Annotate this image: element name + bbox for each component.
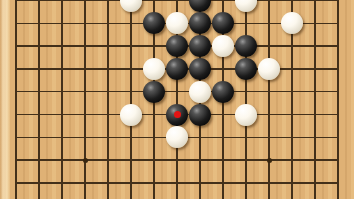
white-stone	[212, 35, 234, 57]
grid-line-vertical	[314, 0, 316, 199]
black-stone	[143, 81, 165, 103]
black-stone	[212, 12, 234, 34]
white-stone	[120, 104, 142, 126]
grid-line-horizontal	[15, 159, 339, 161]
grid-line-vertical	[61, 0, 63, 199]
black-stone	[189, 12, 211, 34]
white-stone	[281, 12, 303, 34]
white-stone	[120, 0, 142, 12]
white-stone	[235, 0, 257, 12]
white-stone	[258, 58, 280, 80]
black-stone	[166, 35, 188, 57]
black-stone	[235, 58, 257, 80]
grid-line-horizontal	[15, 91, 339, 93]
black-stone	[166, 58, 188, 80]
black-stone	[235, 35, 257, 57]
black-stone	[189, 104, 211, 126]
black-stone	[143, 12, 165, 34]
grid-line-vertical	[38, 0, 40, 199]
white-stone	[166, 12, 188, 34]
star-point	[83, 158, 88, 163]
black-stone	[166, 104, 188, 126]
grid-line-vertical	[84, 0, 86, 199]
black-stone	[189, 0, 211, 12]
last-move-marker	[174, 111, 181, 118]
grid-line-vertical	[107, 0, 109, 199]
grid-line-vertical	[268, 0, 270, 199]
black-stone	[212, 81, 234, 103]
black-stone	[189, 35, 211, 57]
grid-line-horizontal	[15, 182, 339, 184]
star-point	[267, 158, 272, 163]
grid-line-vertical	[130, 0, 132, 199]
black-stone	[189, 58, 211, 80]
grid-line-vertical	[245, 0, 247, 199]
white-stone	[143, 58, 165, 80]
white-stone	[189, 81, 211, 103]
white-stone	[235, 104, 257, 126]
grid-line-vertical	[337, 0, 339, 199]
grid-line-horizontal	[15, 0, 339, 1]
white-stone	[166, 126, 188, 148]
gomoku-board[interactable]	[0, 0, 354, 199]
grid-line-vertical	[15, 0, 17, 199]
